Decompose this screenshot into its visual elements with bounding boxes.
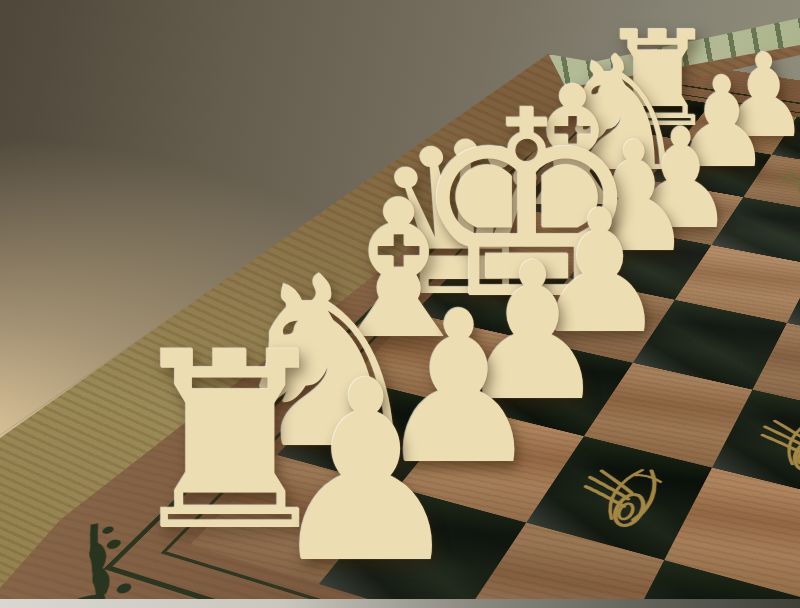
table-front-edge [0, 599, 800, 608]
photo-stage: ♜♞♝♛♚♝♞♜♟♟♟♟♟♟♟♟ [0, 0, 800, 608]
